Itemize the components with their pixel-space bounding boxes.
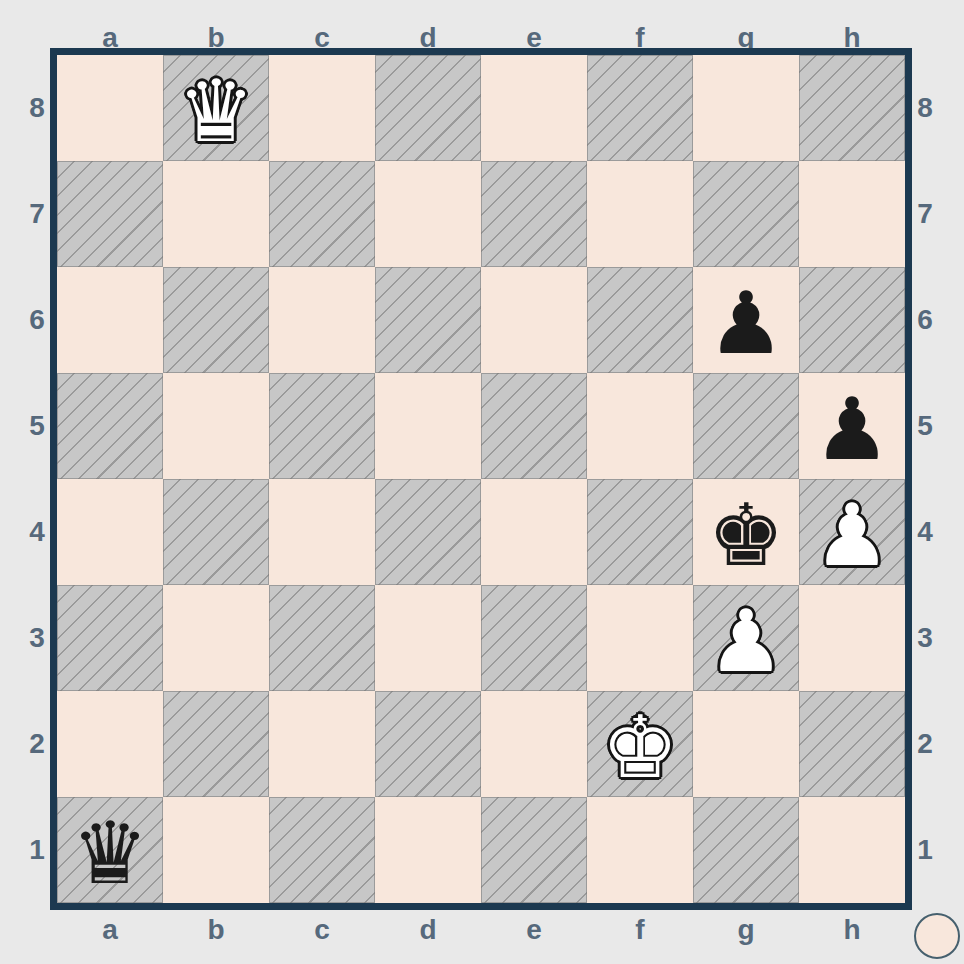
rank-label-right-3: 3 xyxy=(907,585,943,691)
square-c6[interactable] xyxy=(269,267,375,373)
square-h6[interactable] xyxy=(799,267,905,373)
square-a6[interactable] xyxy=(57,267,163,373)
square-g2[interactable] xyxy=(693,691,799,797)
piece-black-king-g4[interactable]: ♚ xyxy=(707,482,784,588)
file-label-bottom-c: c xyxy=(269,913,375,947)
square-c8[interactable] xyxy=(269,55,375,161)
square-e8[interactable] xyxy=(481,55,587,161)
square-b3[interactable] xyxy=(163,585,269,691)
rank-labels-right: 87654321 xyxy=(907,55,943,903)
rank-label-right-8: 8 xyxy=(907,55,943,161)
square-f2[interactable]: ♚ xyxy=(587,691,693,797)
rank-label-right-1: 1 xyxy=(907,797,943,903)
square-g6[interactable]: ♟ xyxy=(693,267,799,373)
square-f6[interactable] xyxy=(587,267,693,373)
square-d3[interactable] xyxy=(375,585,481,691)
square-b8[interactable]: ♛ xyxy=(163,55,269,161)
square-a4[interactable] xyxy=(57,479,163,585)
square-a2[interactable] xyxy=(57,691,163,797)
square-f4[interactable] xyxy=(587,479,693,585)
square-a1[interactable]: ♛ xyxy=(57,797,163,903)
chess-board: ♛♟♟♚♟♟♚♛ xyxy=(50,48,912,910)
square-b1[interactable] xyxy=(163,797,269,903)
square-e3[interactable] xyxy=(481,585,587,691)
square-g8[interactable] xyxy=(693,55,799,161)
file-label-bottom-g: g xyxy=(693,913,799,947)
square-c7[interactable] xyxy=(269,161,375,267)
board-grid: ♛♟♟♚♟♟♚♛ xyxy=(57,55,905,903)
piece-black-pawn-h5[interactable]: ♟ xyxy=(813,376,890,482)
square-c2[interactable] xyxy=(269,691,375,797)
file-label-bottom-d: d xyxy=(375,913,481,947)
square-g5[interactable] xyxy=(693,373,799,479)
square-a8[interactable] xyxy=(57,55,163,161)
piece-black-pawn-g6[interactable]: ♟ xyxy=(707,270,784,376)
square-c1[interactable] xyxy=(269,797,375,903)
square-d4[interactable] xyxy=(375,479,481,585)
square-c3[interactable] xyxy=(269,585,375,691)
square-g1[interactable] xyxy=(693,797,799,903)
side-to-move-indicator xyxy=(914,913,960,959)
square-d8[interactable] xyxy=(375,55,481,161)
square-a7[interactable] xyxy=(57,161,163,267)
piece-white-pawn-h4[interactable]: ♟ xyxy=(813,482,890,588)
square-e2[interactable] xyxy=(481,691,587,797)
square-a5[interactable] xyxy=(57,373,163,479)
piece-black-queen-a1[interactable]: ♛ xyxy=(71,800,148,906)
square-h8[interactable] xyxy=(799,55,905,161)
square-d2[interactable] xyxy=(375,691,481,797)
square-d7[interactable] xyxy=(375,161,481,267)
square-e7[interactable] xyxy=(481,161,587,267)
square-c4[interactable] xyxy=(269,479,375,585)
square-f8[interactable] xyxy=(587,55,693,161)
square-h4[interactable]: ♟ xyxy=(799,479,905,585)
square-h7[interactable] xyxy=(799,161,905,267)
rank-label-right-4: 4 xyxy=(907,479,943,585)
file-label-bottom-b: b xyxy=(163,913,269,947)
square-c5[interactable] xyxy=(269,373,375,479)
square-h3[interactable] xyxy=(799,585,905,691)
square-a3[interactable] xyxy=(57,585,163,691)
square-f3[interactable] xyxy=(587,585,693,691)
rank-label-right-5: 5 xyxy=(907,373,943,479)
square-e5[interactable] xyxy=(481,373,587,479)
square-e4[interactable] xyxy=(481,479,587,585)
file-label-bottom-h: h xyxy=(799,913,905,947)
square-e1[interactable] xyxy=(481,797,587,903)
square-b4[interactable] xyxy=(163,479,269,585)
square-g3[interactable]: ♟ xyxy=(693,585,799,691)
piece-white-king-f2[interactable]: ♚ xyxy=(601,694,678,800)
file-label-bottom-e: e xyxy=(481,913,587,947)
file-label-bottom-a: a xyxy=(57,913,163,947)
rank-label-right-6: 6 xyxy=(907,267,943,373)
rank-label-right-2: 2 xyxy=(907,691,943,797)
piece-white-pawn-g3[interactable]: ♟ xyxy=(707,588,784,694)
square-b2[interactable] xyxy=(163,691,269,797)
chess-diagram-page: abcdefgh 87654321 ♛♟♟♚♟♟♚♛ 87654321 abcd… xyxy=(0,0,964,964)
square-b7[interactable] xyxy=(163,161,269,267)
square-d5[interactable] xyxy=(375,373,481,479)
square-b5[interactable] xyxy=(163,373,269,479)
square-d1[interactable] xyxy=(375,797,481,903)
square-e6[interactable] xyxy=(481,267,587,373)
file-labels-bottom: abcdefgh xyxy=(57,913,905,947)
rank-label-right-7: 7 xyxy=(907,161,943,267)
square-h5[interactable]: ♟ xyxy=(799,373,905,479)
square-b6[interactable] xyxy=(163,267,269,373)
square-g7[interactable] xyxy=(693,161,799,267)
square-d6[interactable] xyxy=(375,267,481,373)
piece-white-queen-b8[interactable]: ♛ xyxy=(177,58,254,164)
square-f7[interactable] xyxy=(587,161,693,267)
square-g4[interactable]: ♚ xyxy=(693,479,799,585)
square-f5[interactable] xyxy=(587,373,693,479)
square-h1[interactable] xyxy=(799,797,905,903)
square-h2[interactable] xyxy=(799,691,905,797)
square-f1[interactable] xyxy=(587,797,693,903)
file-label-bottom-f: f xyxy=(587,913,693,947)
